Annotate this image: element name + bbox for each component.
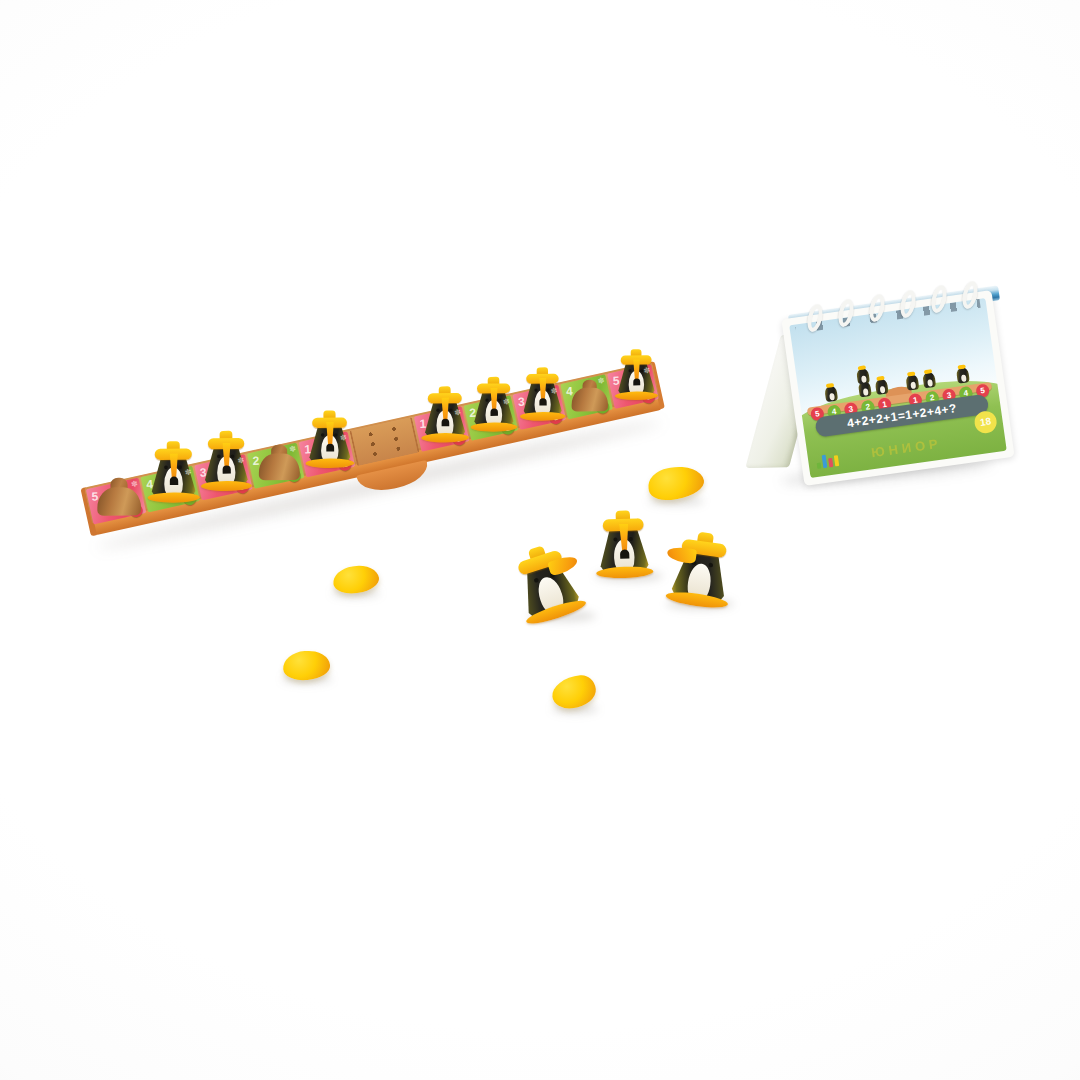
toucan-base-rim [520, 412, 565, 421]
toucan-piece[interactable] [147, 441, 200, 503]
toucan-beak-arch [620, 549, 629, 558]
toucan-beak-arch [441, 419, 449, 427]
toucan-beak-arch [223, 465, 231, 473]
toucan-eye [231, 454, 235, 458]
toucan-base-rim [147, 492, 199, 503]
toucan-eye [498, 398, 501, 401]
toucan-eye [640, 369, 643, 372]
toucan-eye [436, 409, 439, 412]
toucan-piece[interactable] [200, 431, 251, 492]
toucan-eye [164, 466, 168, 470]
card-mini-toucan [875, 379, 889, 396]
toucan-piece[interactable] [305, 410, 354, 468]
rock-piece[interactable] [97, 478, 141, 516]
toucan-piece[interactable] [614, 349, 658, 400]
logo-bar-red [828, 458, 833, 467]
toucan-base-rim [201, 481, 252, 491]
card-mini-toucan [825, 386, 839, 403]
toucan-eye [217, 455, 221, 459]
toucan-beak-arch [633, 379, 640, 386]
toucan-eye [334, 433, 338, 437]
toucan-eye [628, 369, 631, 372]
beam-slot-L1: 11 [299, 431, 356, 477]
toucan-piece[interactable] [665, 528, 737, 610]
beam-slot-R2: 22 [464, 395, 519, 441]
toucan-piece[interactable] [519, 367, 565, 421]
card-center-spacer [895, 402, 905, 404]
rock-piece[interactable] [258, 445, 299, 481]
card-mini-toucan [906, 374, 920, 391]
toucan-eye [546, 388, 549, 391]
logo-bar-blue [822, 455, 828, 468]
toucan-base-rim [614, 391, 657, 400]
toucan-eye [485, 398, 488, 401]
toucan-eye [449, 409, 452, 412]
card-mini-toucan [857, 368, 871, 385]
binding-hole-slots [795, 299, 980, 334]
toucan-beak [666, 546, 697, 564]
beam-slot-R4: 44 [560, 374, 613, 419]
toucan-beak-arch [539, 398, 546, 405]
card-mini-toucan [923, 372, 937, 389]
toucan-beak-arch [490, 408, 498, 416]
toucan-base-rim [306, 458, 355, 468]
beam-slot-R3: 33 [512, 385, 566, 430]
balance-beam: 55443322111122334455 [84, 362, 662, 539]
toucan-base-rim [421, 433, 469, 443]
product-photo-scene: 55443322111122334455 5432112345 4+2+2+1=… [0, 0, 1080, 1080]
challenge-booklet: 5432112345 4+2+2+1=1+2+4+? ЮНИОР 18 [756, 276, 1012, 494]
toucan-piece[interactable] [594, 510, 653, 579]
card-mini-toucan [956, 367, 970, 384]
toucan-base-rim [471, 422, 518, 432]
rock-mound [571, 388, 608, 412]
beam-slot-R1: 11 [414, 406, 470, 452]
beam-slot-R5: 55 [607, 364, 659, 409]
card-artwork: 5432112345 4+2+2+1=1+2+4+? ЮНИОР 18 [789, 298, 1007, 478]
rock-piece[interactable] [571, 380, 608, 412]
toucan-eye [178, 465, 182, 469]
toucan-piece[interactable] [470, 377, 517, 432]
logo-bar-green [817, 463, 822, 469]
toucan-beak-arch [326, 444, 334, 452]
toucan-eye [321, 433, 325, 437]
toucan-beak-arch [169, 477, 177, 485]
rock-mound [97, 487, 141, 516]
toucan-piece[interactable] [420, 386, 468, 443]
rock-mound [258, 453, 299, 480]
toucan-eye [534, 389, 537, 392]
